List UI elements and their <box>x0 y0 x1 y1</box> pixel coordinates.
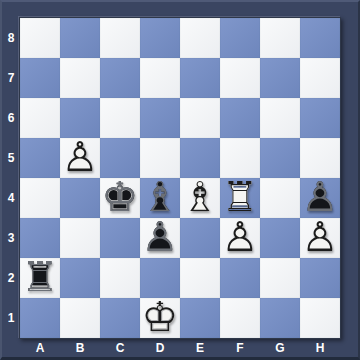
bishop-glyph-outline: ♗ <box>180 177 220 217</box>
king-glyph-outline: ♔ <box>140 297 180 337</box>
square-e3[interactable] <box>180 218 220 258</box>
square-a7[interactable] <box>20 58 60 98</box>
square-d3[interactable]: ♟♙ <box>140 218 180 258</box>
square-f5[interactable] <box>220 138 260 178</box>
square-a2[interactable]: ♜♖ <box>20 258 60 298</box>
board: ♟♙♚♔♝♗♝♗♜♖♟♙♟♙♟♙♟♙♜♖♚♔ <box>19 17 341 339</box>
piece-white-bishop[interactable]: ♝♗ <box>180 178 220 218</box>
square-e6[interactable] <box>180 98 220 138</box>
square-g7[interactable] <box>260 58 300 98</box>
square-c7[interactable] <box>100 58 140 98</box>
piece-black-pawn[interactable]: ♟♙ <box>140 218 180 258</box>
rank-label-6: 6 <box>2 98 20 138</box>
square-c6[interactable] <box>100 98 140 138</box>
bishop-glyph-outline: ♗ <box>140 177 180 217</box>
file-label-g: G <box>260 339 300 357</box>
square-b5[interactable]: ♟♙ <box>60 138 100 178</box>
square-b2[interactable] <box>60 258 100 298</box>
square-c3[interactable] <box>100 218 140 258</box>
square-d6[interactable] <box>140 98 180 138</box>
square-f6[interactable] <box>220 98 260 138</box>
piece-black-rook[interactable]: ♜♖ <box>20 258 60 298</box>
rank-label-7: 7 <box>2 58 20 98</box>
file-label-a: A <box>20 339 60 357</box>
square-d4[interactable]: ♝♗ <box>140 178 180 218</box>
file-label-b: B <box>60 339 100 357</box>
square-g8[interactable] <box>260 18 300 58</box>
square-e8[interactable] <box>180 18 220 58</box>
file-label-c: C <box>100 339 140 357</box>
pawn-glyph-outline: ♙ <box>300 217 340 257</box>
square-d5[interactable] <box>140 138 180 178</box>
square-c5[interactable] <box>100 138 140 178</box>
square-h7[interactable] <box>300 58 340 98</box>
square-h6[interactable] <box>300 98 340 138</box>
square-a4[interactable] <box>20 178 60 218</box>
file-label-d: D <box>140 339 180 357</box>
piece-black-king[interactable]: ♚♔ <box>100 178 140 218</box>
square-g1[interactable] <box>260 298 300 338</box>
square-h8[interactable] <box>300 18 340 58</box>
square-h3[interactable]: ♟♙ <box>300 218 340 258</box>
square-b6[interactable] <box>60 98 100 138</box>
square-c1[interactable] <box>100 298 140 338</box>
rank-label-2: 2 <box>2 258 20 298</box>
rank-label-3: 3 <box>2 218 20 258</box>
square-c2[interactable] <box>100 258 140 298</box>
square-g5[interactable] <box>260 138 300 178</box>
square-e7[interactable] <box>180 58 220 98</box>
file-label-h: H <box>300 339 340 357</box>
piece-white-rook[interactable]: ♜♖ <box>220 178 260 218</box>
square-g3[interactable] <box>260 218 300 258</box>
square-c8[interactable] <box>100 18 140 58</box>
file-labels: ABCDEFGH <box>20 339 340 357</box>
rank-label-1: 1 <box>2 298 20 338</box>
file-label-e: E <box>180 339 220 357</box>
square-h4[interactable]: ♟♙ <box>300 178 340 218</box>
rook-glyph-outline: ♖ <box>20 257 60 297</box>
square-g2[interactable] <box>260 258 300 298</box>
rank-labels: 87654321 <box>2 18 20 338</box>
king-glyph-outline: ♔ <box>100 177 140 217</box>
square-b7[interactable] <box>60 58 100 98</box>
piece-black-pawn[interactable]: ♟♙ <box>300 178 340 218</box>
rank-label-4: 4 <box>2 178 20 218</box>
piece-white-pawn[interactable]: ♟♙ <box>60 138 100 178</box>
square-e2[interactable] <box>180 258 220 298</box>
piece-white-pawn[interactable]: ♟♙ <box>220 218 260 258</box>
square-h2[interactable] <box>300 258 340 298</box>
square-f1[interactable] <box>220 298 260 338</box>
rank-label-8: 8 <box>2 18 20 58</box>
square-a3[interactable] <box>20 218 60 258</box>
piece-black-bishop[interactable]: ♝♗ <box>140 178 180 218</box>
pawn-glyph-outline: ♙ <box>140 217 180 257</box>
square-b1[interactable] <box>60 298 100 338</box>
pawn-glyph-outline: ♙ <box>220 217 260 257</box>
square-a1[interactable] <box>20 298 60 338</box>
square-h5[interactable] <box>300 138 340 178</box>
square-f4[interactable]: ♜♖ <box>220 178 260 218</box>
square-d8[interactable] <box>140 18 180 58</box>
square-a5[interactable] <box>20 138 60 178</box>
pawn-glyph-outline: ♙ <box>300 177 340 217</box>
square-a8[interactable] <box>20 18 60 58</box>
square-f2[interactable] <box>220 258 260 298</box>
piece-white-king[interactable]: ♚♔ <box>140 298 180 338</box>
square-f7[interactable] <box>220 58 260 98</box>
square-e4[interactable]: ♝♗ <box>180 178 220 218</box>
square-c4[interactable]: ♚♔ <box>100 178 140 218</box>
square-b3[interactable] <box>60 218 100 258</box>
piece-white-pawn[interactable]: ♟♙ <box>300 218 340 258</box>
square-d1[interactable]: ♚♔ <box>140 298 180 338</box>
rank-label-5: 5 <box>2 138 20 178</box>
square-a6[interactable] <box>20 98 60 138</box>
square-b8[interactable] <box>60 18 100 58</box>
square-f8[interactable] <box>220 18 260 58</box>
square-f3[interactable]: ♟♙ <box>220 218 260 258</box>
square-b4[interactable] <box>60 178 100 218</box>
square-e5[interactable] <box>180 138 220 178</box>
pawn-glyph-outline: ♙ <box>60 137 100 177</box>
square-h1[interactable] <box>300 298 340 338</box>
chessboard-frame: ♟♙♚♔♝♗♝♗♜♖♟♙♟♙♟♙♟♙♜♖♚♔ 87654321 ABCDEFGH <box>0 0 360 360</box>
square-g6[interactable] <box>260 98 300 138</box>
square-d2[interactable] <box>140 258 180 298</box>
file-label-f: F <box>220 339 260 357</box>
square-d7[interactable] <box>140 58 180 98</box>
square-e1[interactable] <box>180 298 220 338</box>
rook-glyph-outline: ♖ <box>220 177 260 217</box>
square-g4[interactable] <box>260 178 300 218</box>
